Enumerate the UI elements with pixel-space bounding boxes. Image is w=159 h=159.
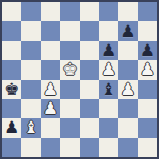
square-f2[interactable] [99,118,118,137]
square-d8[interactable] [60,2,79,21]
square-g3[interactable] [118,99,137,118]
square-e7[interactable] [80,21,99,40]
square-f6[interactable]: ♟ [99,41,118,60]
square-d6[interactable] [60,41,79,60]
square-b4[interactable] [21,80,40,99]
square-a6[interactable] [2,41,21,60]
square-b8[interactable] [21,2,40,21]
square-g8[interactable] [118,2,137,21]
square-h6[interactable]: ♟ [138,41,157,60]
square-d1[interactable] [60,138,79,157]
square-h8[interactable] [138,2,157,21]
square-f4[interactable]: ♝ [99,80,118,99]
white-pawn: ♟ [43,80,58,99]
square-h1[interactable] [138,138,157,157]
white-king: ♚ [62,60,77,79]
square-e6[interactable] [80,41,99,60]
square-a7[interactable] [2,21,21,40]
square-d2[interactable] [60,118,79,137]
square-c7[interactable] [41,21,60,40]
square-h7[interactable] [138,21,157,40]
square-d4[interactable] [60,80,79,99]
black-pawn: ♟ [120,22,135,41]
square-h5[interactable]: ♟ [138,60,157,79]
square-d7[interactable] [60,21,79,40]
square-f3[interactable] [99,99,118,118]
square-e8[interactable] [80,2,99,21]
square-g1[interactable] [118,138,137,157]
square-g7[interactable]: ♟ [118,21,137,40]
square-a8[interactable] [2,2,21,21]
square-c3[interactable]: ♟ [41,99,60,118]
square-b2[interactable]: ♝ [21,118,40,137]
square-c5[interactable] [41,60,60,79]
square-h3[interactable] [138,99,157,118]
square-b6[interactable] [21,41,40,60]
square-c2[interactable] [41,118,60,137]
square-a1[interactable] [2,138,21,157]
square-g4[interactable]: ♟ [118,80,137,99]
white-pawn: ♟ [120,80,135,99]
square-a2[interactable]: ♟ [2,118,21,137]
chessboard: ♟♟♟♚♟♟♚♟♝♟♟♟♝ [0,0,159,159]
square-a4[interactable]: ♚ [2,80,21,99]
square-g2[interactable] [118,118,137,137]
square-f7[interactable] [99,21,118,40]
square-b7[interactable] [21,21,40,40]
square-e3[interactable] [80,99,99,118]
square-c4[interactable]: ♟ [41,80,60,99]
square-h4[interactable] [138,80,157,99]
square-f1[interactable] [99,138,118,157]
square-b1[interactable] [21,138,40,157]
square-g6[interactable] [118,41,137,60]
square-d5[interactable]: ♚ [60,60,79,79]
square-a5[interactable] [2,60,21,79]
white-pawn: ♟ [43,99,58,118]
square-h2[interactable] [138,118,157,137]
square-e2[interactable] [80,118,99,137]
square-e5[interactable] [80,60,99,79]
black-pawn: ♟ [140,41,155,60]
square-d3[interactable] [60,99,79,118]
black-pawn: ♟ [101,41,116,60]
square-a3[interactable] [2,99,21,118]
white-bishop: ♝ [23,118,38,137]
black-king: ♚ [4,80,19,99]
square-c1[interactable] [41,138,60,157]
black-pawn: ♟ [4,118,19,137]
square-f5[interactable]: ♟ [99,60,118,79]
black-bishop: ♝ [101,80,116,99]
white-pawn: ♟ [101,60,116,79]
square-e1[interactable] [80,138,99,157]
square-e4[interactable] [80,80,99,99]
square-b3[interactable] [21,99,40,118]
square-f8[interactable] [99,2,118,21]
square-g5[interactable] [118,60,137,79]
square-c8[interactable] [41,2,60,21]
square-c6[interactable] [41,41,60,60]
square-b5[interactable] [21,60,40,79]
white-pawn: ♟ [140,60,155,79]
